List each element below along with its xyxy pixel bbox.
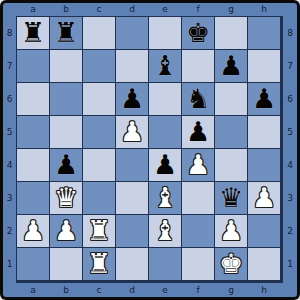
file-label-g: g <box>215 284 247 297</box>
square-h1[interactable] <box>248 248 280 280</box>
square-d8[interactable] <box>116 17 148 49</box>
rank-labels-left: 87654321 <box>3 16 16 283</box>
square-e5[interactable] <box>149 116 181 148</box>
rank-label-5: 5 <box>3 116 16 148</box>
rank-label-6: 6 <box>283 83 297 115</box>
file-labels-top: abcdefgh <box>16 3 283 16</box>
square-h2[interactable] <box>248 215 280 247</box>
square-e2[interactable]: ♝ <box>149 215 181 247</box>
file-label-e: e <box>149 284 181 297</box>
rank-label-4: 4 <box>3 149 16 181</box>
rank-label-3: 3 <box>3 182 16 214</box>
square-d7[interactable] <box>116 50 148 82</box>
square-g4[interactable] <box>215 149 247 181</box>
rank-label-7: 7 <box>283 50 297 82</box>
square-d2[interactable] <box>116 215 148 247</box>
square-d1[interactable] <box>116 248 148 280</box>
piece-bR-b8: ♜ <box>54 17 78 49</box>
piece-wP-b2: ♟ <box>54 215 78 247</box>
square-c3[interactable] <box>83 182 115 214</box>
piece-bP-d6: ♟ <box>120 83 144 115</box>
rank-label-2: 2 <box>3 215 16 247</box>
square-b7[interactable] <box>50 50 82 82</box>
square-g3[interactable]: ♛ <box>215 182 247 214</box>
rank-label-8: 8 <box>3 17 16 49</box>
piece-wK-g1: ♚ <box>219 248 243 280</box>
piece-wP-d5: ♟ <box>120 116 144 148</box>
square-f2[interactable] <box>182 215 214 247</box>
file-label-h: h <box>248 284 280 297</box>
square-g6[interactable] <box>215 83 247 115</box>
rank-label-8: 8 <box>283 17 297 49</box>
file-label-h: h <box>248 3 280 16</box>
square-e4[interactable]: ♟ <box>149 149 181 181</box>
square-c5[interactable] <box>83 116 115 148</box>
piece-bQ-g3: ♛ <box>219 182 243 214</box>
rank-label-1: 1 <box>3 248 16 280</box>
rank-labels-right: 87654321 <box>283 16 297 283</box>
square-b4[interactable]: ♟ <box>50 149 82 181</box>
square-e7[interactable]: ♝ <box>149 50 181 82</box>
rank-label-5: 5 <box>283 116 297 148</box>
piece-wP-f4: ♟ <box>186 149 210 181</box>
square-d6[interactable]: ♟ <box>116 83 148 115</box>
file-labels-bottom: abcdefgh <box>16 283 283 297</box>
file-label-c: c <box>83 284 115 297</box>
square-c2[interactable]: ♜ <box>83 215 115 247</box>
square-a5[interactable] <box>17 116 49 148</box>
square-d5[interactable]: ♟ <box>116 116 148 148</box>
piece-bP-e4: ♟ <box>153 149 177 181</box>
file-label-a: a <box>17 3 49 16</box>
square-a7[interactable] <box>17 50 49 82</box>
square-e3[interactable]: ♝ <box>149 182 181 214</box>
piece-bP-b4: ♟ <box>54 149 78 181</box>
piece-wP-g2: ♟ <box>219 215 243 247</box>
piece-wR-c2: ♜ <box>87 215 111 247</box>
piece-wP-a2: ♟ <box>21 215 45 247</box>
square-f3[interactable] <box>182 182 214 214</box>
square-c8[interactable] <box>83 17 115 49</box>
piece-wB-e3: ♝ <box>153 182 177 214</box>
square-g2[interactable]: ♟ <box>215 215 247 247</box>
file-label-b: b <box>50 284 82 297</box>
square-g7[interactable]: ♟ <box>215 50 247 82</box>
piece-bB-e7: ♝ <box>153 50 177 82</box>
square-b1[interactable] <box>50 248 82 280</box>
piece-wB-e2: ♝ <box>153 215 177 247</box>
rank-label-1: 1 <box>283 248 297 280</box>
rank-label-7: 7 <box>3 50 16 82</box>
file-label-d: d <box>116 3 148 16</box>
file-label-g: g <box>215 3 247 16</box>
square-h3[interactable]: ♟ <box>248 182 280 214</box>
square-g5[interactable] <box>215 116 247 148</box>
square-e1[interactable] <box>149 248 181 280</box>
square-f8[interactable]: ♚ <box>182 17 214 49</box>
piece-wR-c1: ♜ <box>87 248 111 280</box>
rank-label-3: 3 <box>283 182 297 214</box>
piece-bP-f5: ♟ <box>186 116 210 148</box>
file-label-a: a <box>17 284 49 297</box>
square-f4[interactable]: ♟ <box>182 149 214 181</box>
board-frame: abcdefgh 87654321 ♜♜♚♝♟♟♞♟♟♟♟♟♟♛♝♛♟♟♟♜♝♟… <box>0 0 300 300</box>
piece-bN-f6: ♞ <box>186 83 210 115</box>
square-b3[interactable]: ♛ <box>50 182 82 214</box>
square-c4[interactable] <box>83 149 115 181</box>
square-c1[interactable]: ♜ <box>83 248 115 280</box>
square-d4[interactable] <box>116 149 148 181</box>
rank-label-6: 6 <box>3 83 16 115</box>
piece-wQ-b3: ♛ <box>54 182 78 214</box>
rank-label-2: 2 <box>283 215 297 247</box>
square-d3[interactable] <box>116 182 148 214</box>
square-g1[interactable]: ♚ <box>215 248 247 280</box>
square-e8[interactable] <box>149 17 181 49</box>
square-b2[interactable]: ♟ <box>50 215 82 247</box>
file-label-f: f <box>182 284 214 297</box>
square-c7[interactable] <box>83 50 115 82</box>
piece-bP-g7: ♟ <box>219 50 243 82</box>
square-a8[interactable]: ♜ <box>17 17 49 49</box>
square-a1[interactable] <box>17 248 49 280</box>
square-b6[interactable] <box>50 83 82 115</box>
square-f1[interactable] <box>182 248 214 280</box>
piece-bR-a8: ♜ <box>21 17 45 49</box>
square-h4[interactable] <box>248 149 280 181</box>
square-f5[interactable]: ♟ <box>182 116 214 148</box>
rank-label-4: 4 <box>283 149 297 181</box>
file-label-f: f <box>182 3 214 16</box>
square-g8[interactable] <box>215 17 247 49</box>
square-c6[interactable] <box>83 83 115 115</box>
file-label-b: b <box>50 3 82 16</box>
square-b8[interactable]: ♜ <box>50 17 82 49</box>
piece-wP-h3: ♟ <box>252 182 276 214</box>
square-h5[interactable] <box>248 116 280 148</box>
square-a4[interactable] <box>17 149 49 181</box>
chess-board: ♜♜♚♝♟♟♞♟♟♟♟♟♟♛♝♛♟♟♟♜♝♟♜♚ <box>16 16 283 283</box>
square-h7[interactable] <box>248 50 280 82</box>
square-f7[interactable] <box>182 50 214 82</box>
piece-bP-h6: ♟ <box>252 83 276 115</box>
square-h8[interactable] <box>248 17 280 49</box>
file-label-d: d <box>116 284 148 297</box>
square-b5[interactable] <box>50 116 82 148</box>
piece-bK-f8: ♚ <box>186 17 210 49</box>
square-a2[interactable]: ♟ <box>17 215 49 247</box>
file-label-c: c <box>83 3 115 16</box>
square-a3[interactable] <box>17 182 49 214</box>
square-a6[interactable] <box>17 83 49 115</box>
square-h6[interactable]: ♟ <box>248 83 280 115</box>
square-f6[interactable]: ♞ <box>182 83 214 115</box>
file-label-e: e <box>149 3 181 16</box>
board-margin: abcdefgh 87654321 ♜♜♚♝♟♟♞♟♟♟♟♟♟♛♝♛♟♟♟♜♝♟… <box>3 3 297 297</box>
square-e6[interactable] <box>149 83 181 115</box>
